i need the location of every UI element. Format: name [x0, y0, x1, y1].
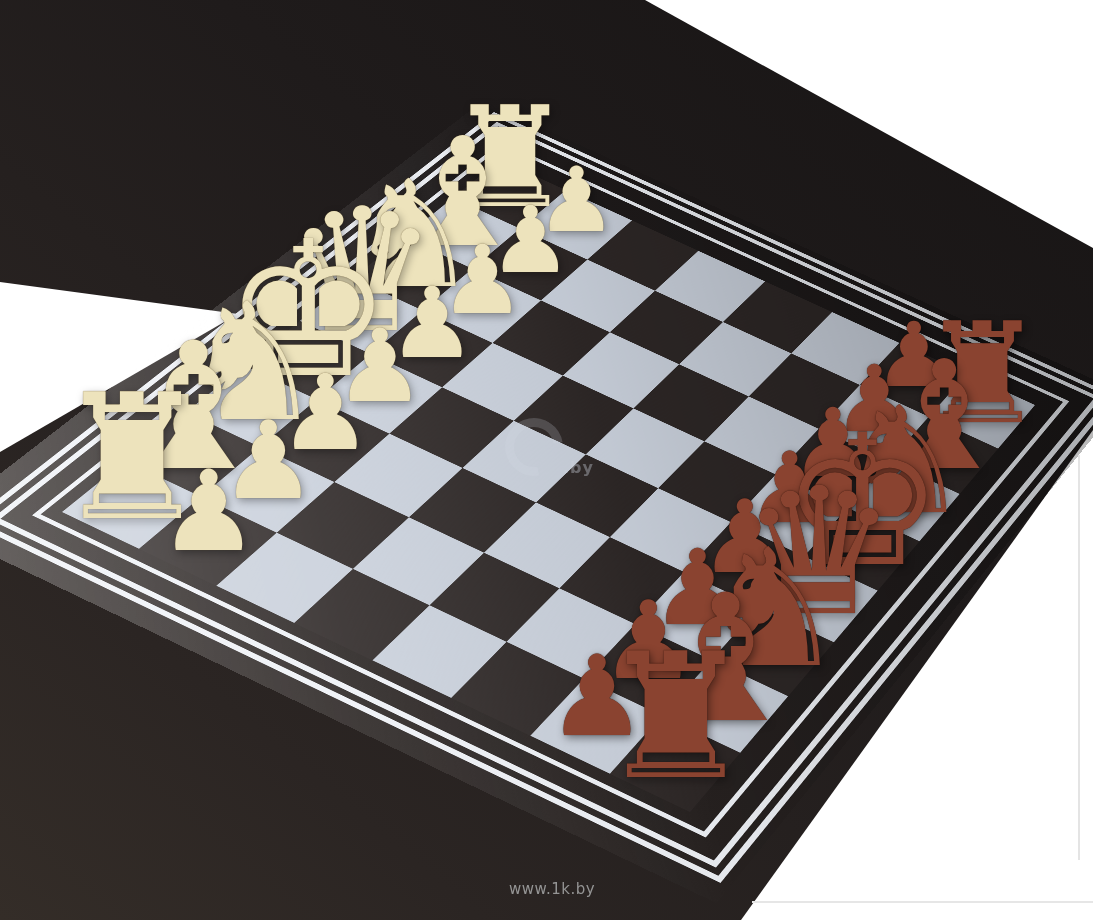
photo-edge-line-horizontal: [752, 901, 1093, 903]
bottom-watermark-text: www.1k.by: [509, 880, 595, 898]
photo-edge-line-vertical: [1078, 455, 1080, 860]
product-photo-stage: .by ♜♟♝♟♞♟♛♟♚♟♟♞♜♟♟♝♝♟♟♞♜♟♟♚♟♛♟♞♟♝♟♜ www…: [0, 0, 1093, 920]
